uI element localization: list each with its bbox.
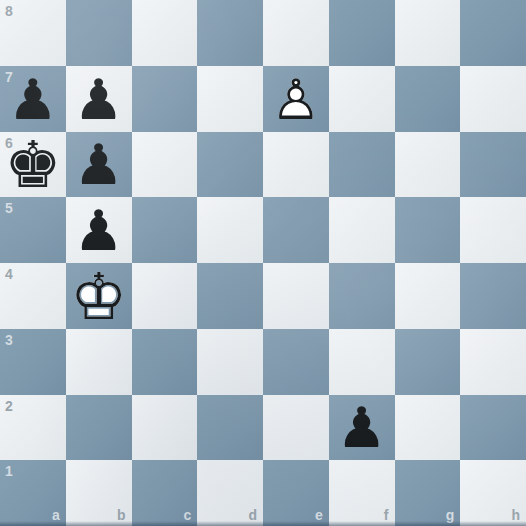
square-g3[interactable] [395, 329, 461, 395]
black-pawn-icon: ♟ [66, 198, 132, 264]
square-e4[interactable] [263, 263, 329, 329]
rank-label-6: 6 [5, 136, 13, 150]
square-f6[interactable] [329, 132, 395, 198]
file-label-g: g [446, 508, 455, 522]
square-f4[interactable] [329, 263, 395, 329]
square-c6[interactable] [132, 132, 198, 198]
square-a6[interactable]: 6♚ [0, 132, 66, 198]
square-e1[interactable]: e [263, 460, 329, 526]
square-h7[interactable] [460, 66, 526, 132]
square-c1[interactable]: c [132, 460, 198, 526]
piece-white-king-b4[interactable]: ♚♔ [66, 263, 132, 329]
square-b3[interactable] [66, 329, 132, 395]
file-label-e: e [315, 508, 323, 522]
square-f8[interactable] [329, 0, 395, 66]
square-h5[interactable] [460, 197, 526, 263]
square-a3[interactable]: 3 [0, 329, 66, 395]
rank-label-2: 2 [5, 399, 13, 413]
square-g4[interactable] [395, 263, 461, 329]
chess-board: 87♟♟♟♙6♚♟5♟4♚♔32♟1abcdefgh [0, 0, 526, 526]
square-e3[interactable] [263, 329, 329, 395]
chess-diagram: 87♟♟♟♙6♚♟5♟4♚♔32♟1abcdefgh [0, 0, 526, 526]
square-a4[interactable]: 4 [0, 263, 66, 329]
rank-label-5: 5 [5, 201, 13, 215]
black-pawn-icon: ♟ [329, 396, 395, 462]
piece-black-pawn-b5[interactable]: ♟ [66, 197, 132, 263]
square-d5[interactable] [197, 197, 263, 263]
square-d1[interactable]: d [197, 460, 263, 526]
square-g6[interactable] [395, 132, 461, 198]
square-g8[interactable] [395, 0, 461, 66]
square-d6[interactable] [197, 132, 263, 198]
square-b8[interactable] [66, 0, 132, 66]
square-e7[interactable]: ♟♙ [263, 66, 329, 132]
square-g7[interactable] [395, 66, 461, 132]
square-f2[interactable]: ♟ [329, 395, 395, 461]
square-h2[interactable] [460, 395, 526, 461]
white-king-outline-icon: ♔ [66, 264, 132, 330]
file-label-b: b [117, 508, 126, 522]
black-pawn-icon: ♟ [66, 67, 132, 133]
square-b7[interactable]: ♟ [66, 66, 132, 132]
square-c8[interactable] [132, 0, 198, 66]
square-e8[interactable] [263, 0, 329, 66]
square-d8[interactable] [197, 0, 263, 66]
square-d3[interactable] [197, 329, 263, 395]
rank-label-3: 3 [5, 333, 13, 347]
file-label-f: f [384, 508, 389, 522]
square-b2[interactable] [66, 395, 132, 461]
file-label-d: d [248, 508, 257, 522]
square-c2[interactable] [132, 395, 198, 461]
square-a1[interactable]: 1a [0, 460, 66, 526]
rank-label-1: 1 [5, 464, 13, 478]
square-b5[interactable]: ♟ [66, 197, 132, 263]
piece-black-pawn-b7[interactable]: ♟ [66, 66, 132, 132]
square-g5[interactable] [395, 197, 461, 263]
square-d2[interactable] [197, 395, 263, 461]
square-b6[interactable]: ♟ [66, 132, 132, 198]
square-d7[interactable] [197, 66, 263, 132]
square-a2[interactable]: 2 [0, 395, 66, 461]
square-g2[interactable] [395, 395, 461, 461]
square-d4[interactable] [197, 263, 263, 329]
square-a7[interactable]: 7♟ [0, 66, 66, 132]
square-a8[interactable]: 8 [0, 0, 66, 66]
square-g1[interactable]: g [395, 460, 461, 526]
square-f1[interactable]: f [329, 460, 395, 526]
square-h3[interactable] [460, 329, 526, 395]
square-c7[interactable] [132, 66, 198, 132]
piece-black-pawn-b6[interactable]: ♟ [66, 132, 132, 198]
white-pawn-outline-icon: ♙ [263, 67, 329, 133]
rank-label-4: 4 [5, 267, 13, 281]
square-e2[interactable] [263, 395, 329, 461]
rank-label-7: 7 [5, 70, 13, 84]
square-a5[interactable]: 5 [0, 197, 66, 263]
square-f3[interactable] [329, 329, 395, 395]
black-pawn-icon: ♟ [66, 133, 132, 199]
square-b1[interactable]: b [66, 460, 132, 526]
file-label-a: a [52, 508, 60, 522]
square-f7[interactable] [329, 66, 395, 132]
square-h8[interactable] [460, 0, 526, 66]
square-c5[interactable] [132, 197, 198, 263]
square-h6[interactable] [460, 132, 526, 198]
square-h1[interactable]: h [460, 460, 526, 526]
square-h4[interactable] [460, 263, 526, 329]
square-b4[interactable]: ♚♔ [66, 263, 132, 329]
square-e6[interactable] [263, 132, 329, 198]
square-e5[interactable] [263, 197, 329, 263]
file-label-c: c [183, 508, 191, 522]
piece-black-pawn-f2[interactable]: ♟ [329, 395, 395, 461]
file-label-h: h [511, 508, 520, 522]
piece-white-pawn-e7[interactable]: ♟♙ [263, 66, 329, 132]
rank-label-8: 8 [5, 4, 13, 18]
square-c4[interactable] [132, 263, 198, 329]
square-f5[interactable] [329, 197, 395, 263]
square-c3[interactable] [132, 329, 198, 395]
